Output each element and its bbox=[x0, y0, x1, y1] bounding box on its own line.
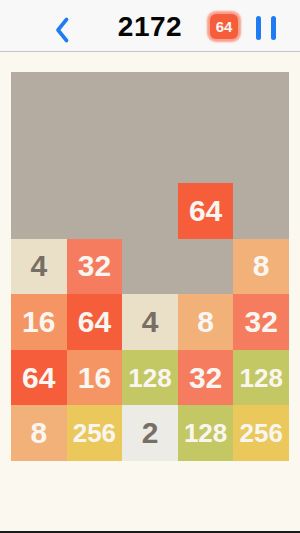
tile-64[interactable]: 64 bbox=[178, 183, 234, 239]
empty-cell[interactable] bbox=[233, 183, 289, 239]
tile-8[interactable]: 8 bbox=[233, 239, 289, 295]
empty-cell[interactable] bbox=[11, 128, 67, 184]
empty-cell[interactable] bbox=[67, 183, 123, 239]
next-tile-badge: 64 bbox=[210, 14, 238, 39]
tile-16[interactable]: 16 bbox=[11, 294, 67, 350]
tile-32[interactable]: 32 bbox=[178, 350, 234, 406]
tile-256[interactable]: 256 bbox=[67, 405, 123, 461]
empty-cell[interactable] bbox=[233, 128, 289, 184]
empty-cell[interactable] bbox=[67, 128, 123, 184]
empty-cell[interactable] bbox=[178, 128, 234, 184]
tile-256[interactable]: 256 bbox=[233, 405, 289, 461]
tile-8[interactable]: 8 bbox=[178, 294, 234, 350]
tile-32[interactable]: 32 bbox=[67, 239, 123, 295]
empty-cell[interactable] bbox=[11, 72, 67, 128]
tile-64[interactable]: 64 bbox=[67, 294, 123, 350]
tile-32[interactable]: 32 bbox=[233, 294, 289, 350]
tile-128[interactable]: 128 bbox=[233, 350, 289, 406]
tile-64[interactable]: 64 bbox=[11, 350, 67, 406]
nav-bar: 2172 64 bbox=[0, 0, 300, 52]
empty-cell[interactable] bbox=[122, 239, 178, 295]
tile-128[interactable]: 128 bbox=[122, 350, 178, 406]
tile-4[interactable]: 4 bbox=[11, 239, 67, 295]
empty-cell[interactable] bbox=[178, 239, 234, 295]
empty-cell[interactable] bbox=[122, 72, 178, 128]
tile-16[interactable]: 16 bbox=[67, 350, 123, 406]
empty-cell[interactable] bbox=[233, 72, 289, 128]
empty-cell[interactable] bbox=[122, 128, 178, 184]
empty-cell[interactable] bbox=[67, 72, 123, 128]
tile-2[interactable]: 2 bbox=[122, 405, 178, 461]
empty-cell[interactable] bbox=[11, 183, 67, 239]
empty-cell[interactable] bbox=[178, 72, 234, 128]
tile-8[interactable]: 8 bbox=[11, 405, 67, 461]
tile-4[interactable]: 4 bbox=[122, 294, 178, 350]
pause-button[interactable] bbox=[254, 15, 280, 41]
board-grid[interactable]: 6443281664483264161283212882562128256 bbox=[11, 72, 289, 461]
tile-128[interactable]: 128 bbox=[178, 405, 234, 461]
empty-cell[interactable] bbox=[122, 183, 178, 239]
